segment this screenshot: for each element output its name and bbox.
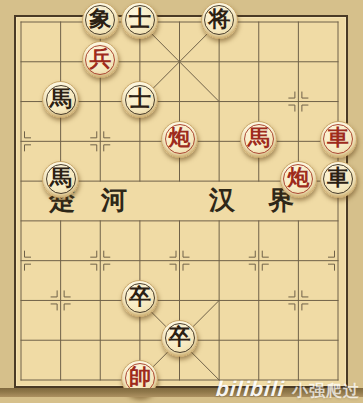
piece-red-horse[interactable]: 馬 [240, 121, 277, 158]
piece-black-horse[interactable]: 馬 [42, 81, 79, 118]
piece-character: 馬 [50, 167, 72, 189]
piece-character: 車 [327, 167, 349, 189]
watermark: bilibili 小强爬过 [216, 377, 360, 402]
piece-character: 象 [89, 8, 111, 30]
piece-black-soldier[interactable]: 卒 [161, 320, 198, 357]
piece-character: 士 [129, 88, 151, 110]
piece-character: 炮 [287, 167, 309, 189]
piece-character: 将 [208, 8, 230, 30]
piece-character: 士 [129, 8, 151, 30]
piece-black-elephant[interactable]: 象 [82, 2, 119, 39]
piece-black-advisor[interactable]: 士 [121, 2, 158, 39]
piece-red-cannon[interactable]: 炮 [280, 161, 317, 198]
river-char-han: 汉 [209, 188, 235, 214]
piece-character: 卒 [129, 286, 151, 308]
piece-character: 炮 [169, 127, 191, 149]
piece-character: 卒 [169, 326, 191, 348]
river-char-he: 河 [101, 188, 127, 214]
piece-character: 帥 [129, 366, 151, 388]
piece-character: 馬 [248, 127, 270, 149]
piece-red-cannon[interactable]: 炮 [161, 121, 198, 158]
piece-character: 兵 [89, 48, 111, 70]
piece-black-general[interactable]: 将 [201, 2, 238, 39]
piece-black-horse[interactable]: 馬 [42, 161, 79, 198]
piece-character: 馬 [50, 88, 72, 110]
piece-character: 車 [327, 127, 349, 149]
page: 楚 河 汉 界 象士将兵馬士炮馬車馬炮車卒卒帥 bilibili 小强爬过 [0, 0, 363, 403]
bilibili-logo: bilibili [215, 377, 286, 401]
piece-black-chariot[interactable]: 車 [320, 161, 357, 198]
piece-red-soldier[interactable]: 兵 [82, 41, 119, 78]
watermark-text: 小强爬过 [292, 381, 360, 402]
piece-red-chariot[interactable]: 車 [320, 121, 357, 158]
